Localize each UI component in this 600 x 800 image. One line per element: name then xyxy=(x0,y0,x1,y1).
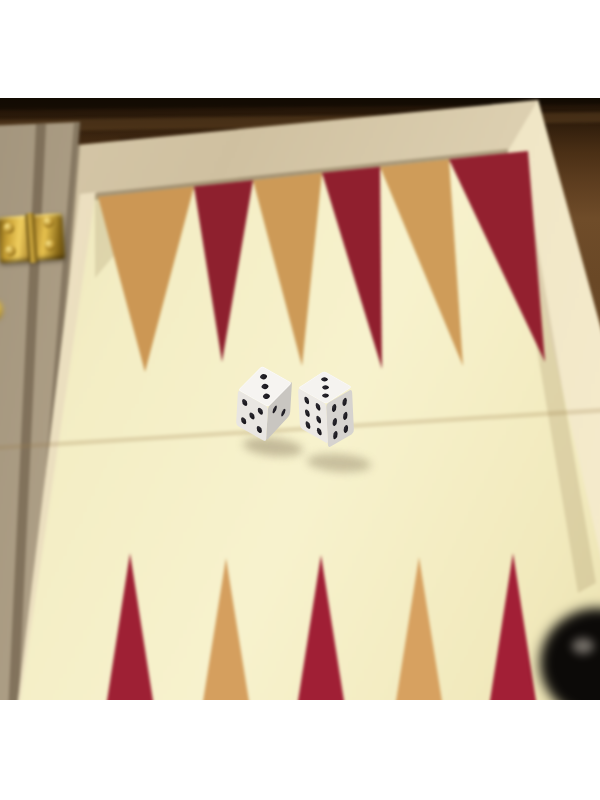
pip xyxy=(262,393,271,400)
pip xyxy=(332,403,337,413)
pip xyxy=(305,420,310,430)
die-shadow xyxy=(306,452,371,474)
pip xyxy=(305,408,310,418)
pip xyxy=(257,425,263,434)
pip xyxy=(258,407,264,416)
pip xyxy=(321,393,330,399)
letterbox-top xyxy=(0,0,600,98)
pip xyxy=(272,404,277,414)
pip xyxy=(304,396,309,406)
pip xyxy=(259,373,268,380)
pip xyxy=(320,385,329,391)
die-shadow xyxy=(242,435,304,459)
pip xyxy=(315,402,320,412)
pip xyxy=(249,411,255,420)
pip xyxy=(317,426,322,436)
pip xyxy=(241,416,247,425)
pip xyxy=(342,397,347,407)
pip xyxy=(320,377,329,383)
pip xyxy=(333,430,338,440)
pip xyxy=(332,416,337,426)
pip xyxy=(316,414,321,424)
product-photo xyxy=(0,98,600,700)
dice-layer xyxy=(0,98,600,700)
pip xyxy=(281,407,286,417)
pip xyxy=(343,424,348,434)
letterbox-bottom xyxy=(0,700,600,800)
pip xyxy=(242,398,248,407)
pip xyxy=(343,410,348,420)
pip xyxy=(260,383,269,390)
